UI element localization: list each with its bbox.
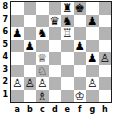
rank-label-7: 7 [0,14,10,27]
chess-diagram: 87654321 ♜♚♛♞♟♟♞♖♟♟♕♟♙♘♙♙♙♙♗♔ abcdefgh [0,0,118,118]
square-f8[interactable]: ♚ [74,2,87,15]
piece-white-rook[interactable]: ♖ [61,27,74,40]
square-d4[interactable] [49,52,62,65]
square-g1[interactable] [86,90,99,103]
rank-label-6: 6 [0,26,10,39]
piece-black-pawn[interactable]: ♟ [86,52,99,65]
square-h6[interactable] [99,27,112,40]
square-a6[interactable]: ♟ [11,27,24,40]
piece-white-pawn[interactable]: ♙ [36,77,49,90]
rank-label-5: 5 [0,39,10,52]
square-f2[interactable] [74,77,87,90]
square-b5[interactable]: ♟ [24,40,37,53]
square-d6[interactable] [49,27,62,40]
square-e5[interactable] [61,40,74,53]
square-e8[interactable]: ♜ [61,2,74,15]
square-f6[interactable] [74,27,87,40]
square-g4[interactable]: ♟ [86,52,99,65]
square-d2[interactable] [49,77,62,90]
piece-white-pawn[interactable]: ♙ [24,77,37,90]
square-b8[interactable] [24,2,37,15]
square-f3[interactable] [74,65,87,78]
square-b2[interactable]: ♙ [24,77,37,90]
file-label-e: e [61,105,74,114]
square-g6[interactable] [86,27,99,40]
square-b7[interactable] [24,15,37,28]
rank-label-2: 2 [0,76,10,89]
file-label-d: d [49,105,62,114]
piece-white-pawn[interactable]: ♙ [11,77,24,90]
piece-white-pawn[interactable]: ♙ [86,77,99,90]
piece-white-pawn[interactable]: ♙ [99,52,112,65]
square-e4[interactable] [61,52,74,65]
square-h8[interactable] [99,2,112,15]
square-c2[interactable]: ♙ [36,77,49,90]
chess-board: ♜♚♛♞♟♟♞♖♟♟♕♟♙♘♙♙♙♙♗♔ [11,2,111,102]
square-g7[interactable]: ♟ [86,15,99,28]
square-a8[interactable] [11,2,24,15]
rank-label-3: 3 [0,64,10,77]
square-f7[interactable] [74,15,87,28]
square-a1[interactable] [11,90,24,103]
square-f4[interactable] [74,52,87,65]
square-h3[interactable] [99,65,112,78]
square-h1[interactable] [99,90,112,103]
piece-white-bishop[interactable]: ♗ [36,90,49,103]
square-c1[interactable]: ♗ [36,90,49,103]
rank-labels: 87654321 [0,1,10,103]
square-a4[interactable] [11,52,24,65]
piece-black-rook[interactable]: ♜ [61,2,74,15]
square-a5[interactable] [11,40,24,53]
square-b4[interactable] [24,52,37,65]
square-e6[interactable]: ♖ [61,27,74,40]
file-label-h: h [99,105,112,114]
square-e1[interactable] [61,90,74,103]
square-d8[interactable] [49,2,62,15]
square-c8[interactable] [36,2,49,15]
square-d1[interactable] [49,90,62,103]
square-h2[interactable] [99,77,112,90]
piece-black-pawn[interactable]: ♟ [24,40,37,53]
piece-black-king[interactable]: ♚ [74,2,87,15]
file-label-g: g [86,105,99,114]
piece-black-pawn[interactable]: ♟ [74,40,87,53]
board-border: ♜♚♛♞♟♟♞♖♟♟♕♟♙♘♙♙♙♙♗♔ [10,1,112,103]
square-c6[interactable]: ♞ [36,27,49,40]
rank-label-8: 8 [0,1,10,14]
square-g2[interactable]: ♙ [86,77,99,90]
file-label-c: c [36,105,49,114]
square-g8[interactable] [86,2,99,15]
square-b1[interactable] [24,90,37,103]
rank-label-1: 1 [0,89,10,102]
square-h7[interactable] [99,15,112,28]
square-c4[interactable]: ♕ [36,52,49,65]
file-label-f: f [74,105,87,114]
square-e2[interactable] [61,77,74,90]
piece-black-pawn[interactable]: ♟ [86,15,99,28]
file-label-a: a [11,105,24,114]
square-d5[interactable] [49,40,62,53]
square-d7[interactable]: ♛ [49,15,62,28]
square-f5[interactable]: ♟ [74,40,87,53]
square-h4[interactable]: ♙ [99,52,112,65]
piece-white-king[interactable]: ♔ [74,90,87,103]
piece-white-queen[interactable]: ♕ [36,52,49,65]
piece-black-queen[interactable]: ♛ [49,15,62,28]
square-d3[interactable] [49,65,62,78]
file-label-b: b [24,105,37,114]
piece-black-pawn[interactable]: ♟ [11,27,24,40]
file-labels: abcdefgh [11,105,111,114]
square-b6[interactable] [24,27,37,40]
square-e3[interactable] [61,65,74,78]
piece-black-knight[interactable]: ♞ [36,27,49,40]
rank-label-4: 4 [0,51,10,64]
square-f1[interactable]: ♔ [74,90,87,103]
square-a2[interactable]: ♙ [11,77,24,90]
